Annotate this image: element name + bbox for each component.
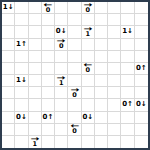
empty-cell-r4c7[interactable] [95,51,108,63]
empty-cell-r4c2[interactable] [29,51,42,63]
empty-cell-r8c5[interactable] [68,99,81,111]
empty-cell-r10c7[interactable] [95,124,108,136]
empty-cell-r8c1[interactable] [15,99,28,111]
empty-cell-r7c3[interactable] [42,87,55,99]
empty-cell-r3c7[interactable] [95,39,108,51]
yajilin-board: 1↓←0→00↓→11↓1↑→0←00↑1↓→1→00↑0↓0↓0↑0↓←0→1 [0,0,150,150]
empty-cell-r10c1[interactable] [15,124,28,136]
empty-cell-r9c4[interactable] [55,112,68,124]
empty-cell-r6c9[interactable] [121,75,134,87]
down-arrow-icon: ↓ [61,28,67,35]
empty-cell-r7c6[interactable] [82,87,95,99]
clue-cell-r9c3: 0↑ [42,112,55,124]
empty-cell-r10c8[interactable] [108,124,121,136]
empty-cell-r8c6[interactable] [82,99,95,111]
empty-cell-r2c0[interactable] [2,26,15,38]
clue-cell-r2c9: 1↓ [121,26,134,38]
empty-cell-r7c2[interactable] [29,87,42,99]
empty-cell-r11c3[interactable] [42,136,55,148]
empty-cell-r10c10[interactable] [135,124,148,136]
right-arrow-icon: → [83,27,92,31]
up-arrow-icon: ↑ [127,101,133,108]
empty-cell-r1c10[interactable] [135,14,148,26]
empty-cell-r4c6[interactable] [82,51,95,63]
empty-cell-r9c5[interactable] [68,112,81,124]
clue-cell-r11c2: →1 [29,136,42,148]
empty-cell-r4c1[interactable] [15,51,28,63]
right-arrow-icon: → [57,76,66,80]
empty-cell-r11c8[interactable] [108,136,121,148]
empty-cell-r10c3[interactable] [42,124,55,136]
clue-cell-r10c5: ←0 [68,124,81,136]
empty-cell-r5c9[interactable] [121,63,134,75]
empty-cell-r2c8[interactable] [108,26,121,38]
empty-cell-r9c7[interactable] [95,112,108,124]
empty-cell-r8c2[interactable] [29,99,42,111]
empty-cell-r2c5[interactable] [68,26,81,38]
empty-cell-r3c8[interactable] [108,39,121,51]
empty-cell-r10c9[interactable] [121,124,134,136]
empty-cell-r5c5[interactable] [68,63,81,75]
empty-cell-r9c10[interactable] [135,112,148,124]
down-arrow-icon: ↓ [21,114,27,121]
clue-cell-r3c4: →0 [55,39,68,51]
empty-cell-r0c5[interactable] [68,2,81,14]
empty-cell-r7c1[interactable] [15,87,28,99]
empty-cell-r5c7[interactable] [95,63,108,75]
empty-cell-r8c7[interactable] [95,99,108,111]
empty-cell-r0c1[interactable] [15,2,28,14]
empty-cell-r10c0[interactable] [2,124,15,136]
empty-cell-r3c9[interactable] [121,39,134,51]
clue-cell-r2c4: 0↓ [55,26,68,38]
down-arrow-icon: ↓ [87,114,93,121]
clue-cell-r5c10: 0↑ [135,63,148,75]
empty-cell-r6c3[interactable] [42,75,55,87]
empty-cell-r1c8[interactable] [108,14,121,26]
empty-cell-r3c5[interactable] [68,39,81,51]
empty-cell-r1c6[interactable] [82,14,95,26]
down-arrow-icon: ↓ [21,77,27,84]
empty-cell-r10c2[interactable] [29,124,42,136]
empty-cell-r7c0[interactable] [2,87,15,99]
empty-cell-r4c3[interactable] [42,51,55,63]
empty-cell-r4c0[interactable] [2,51,15,63]
empty-cell-r0c9[interactable] [121,2,134,14]
empty-cell-r2c10[interactable] [135,26,148,38]
empty-cell-r2c1[interactable] [15,26,28,38]
empty-cell-r5c3[interactable] [42,63,55,75]
empty-cell-r11c9[interactable] [121,136,134,148]
empty-cell-r6c2[interactable] [29,75,42,87]
empty-cell-r11c10[interactable] [135,136,148,148]
empty-cell-r1c0[interactable] [2,14,15,26]
empty-cell-r0c4[interactable] [55,2,68,14]
right-arrow-icon: → [30,137,39,141]
empty-cell-r6c6[interactable] [82,75,95,87]
empty-cell-r8c8[interactable] [108,99,121,111]
empty-cell-r3c2[interactable] [29,39,42,51]
empty-cell-r6c10[interactable] [135,75,148,87]
clue-cell-r9c6: 0↓ [82,112,95,124]
empty-cell-r11c7[interactable] [95,136,108,148]
clue-cell-r0c0: 1↓ [2,2,15,14]
empty-cell-r9c0[interactable] [2,112,15,124]
left-arrow-icon: ← [70,124,79,128]
clue-cell-r5c6: ←0 [82,63,95,75]
clue-cell-r0c3: ←0 [42,2,55,14]
right-arrow-icon: → [83,3,92,7]
empty-cell-r0c7[interactable] [95,2,108,14]
up-arrow-icon: ↑ [47,114,53,121]
empty-cell-r4c8[interactable] [108,51,121,63]
right-arrow-icon: → [70,88,79,92]
empty-cell-r7c7[interactable] [95,87,108,99]
empty-cell-r8c0[interactable] [2,99,15,111]
empty-cell-r0c8[interactable] [108,2,121,14]
empty-cell-r1c2[interactable] [29,14,42,26]
empty-cell-r5c8[interactable] [108,63,121,75]
up-arrow-icon: ↑ [21,41,27,48]
empty-cell-r2c7[interactable] [95,26,108,38]
clue-cell-r8c10: 0↓ [135,99,148,111]
empty-cell-r5c4[interactable] [55,63,68,75]
empty-cell-r5c1[interactable] [15,63,28,75]
empty-cell-r4c4[interactable] [55,51,68,63]
empty-cell-r8c3[interactable] [42,99,55,111]
empty-cell-r9c9[interactable] [121,112,134,124]
empty-cell-r1c7[interactable] [95,14,108,26]
empty-cell-r1c5[interactable] [68,14,81,26]
empty-cell-r11c1[interactable] [15,136,28,148]
empty-cell-r9c8[interactable] [108,112,121,124]
right-arrow-icon: → [57,39,66,43]
empty-cell-r8c4[interactable] [55,99,68,111]
clue-cell-r6c4: →1 [55,75,68,87]
empty-cell-r3c3[interactable] [42,39,55,51]
left-arrow-icon: ← [44,3,53,7]
empty-cell-r7c8[interactable] [108,87,121,99]
empty-cell-r1c4[interactable] [55,14,68,26]
empty-cell-r4c10[interactable] [135,51,148,63]
empty-cell-r7c9[interactable] [121,87,134,99]
empty-cell-r3c0[interactable] [2,39,15,51]
empty-cell-r9c2[interactable] [29,112,42,124]
empty-cell-r7c4[interactable] [55,87,68,99]
down-arrow-icon: ↓ [8,4,14,11]
empty-cell-r6c8[interactable] [108,75,121,87]
empty-cell-r4c5[interactable] [68,51,81,63]
up-arrow-icon: ↑ [141,65,147,72]
empty-cell-r6c0[interactable] [2,75,15,87]
empty-cell-r10c6[interactable] [82,124,95,136]
empty-cell-r11c0[interactable] [2,136,15,148]
empty-cell-r6c5[interactable] [68,75,81,87]
down-arrow-icon: ↓ [141,101,147,108]
clue-cell-r9c1: 0↓ [15,112,28,124]
clue-cell-r6c1: 1↓ [15,75,28,87]
empty-cell-r5c0[interactable] [2,63,15,75]
empty-cell-r4c9[interactable] [121,51,134,63]
clue-cell-r0c6: →0 [82,2,95,14]
clue-cell-r2c6: →1 [82,26,95,38]
empty-cell-r1c9[interactable] [121,14,134,26]
empty-cell-r5c2[interactable] [29,63,42,75]
empty-cell-r10c4[interactable] [55,124,68,136]
empty-cell-r3c6[interactable] [82,39,95,51]
empty-cell-r11c4[interactable] [55,136,68,148]
clue-cell-r7c5: →0 [68,87,81,99]
empty-cell-r11c6[interactable] [82,136,95,148]
empty-cell-r7c10[interactable] [135,87,148,99]
empty-cell-r1c1[interactable] [15,14,28,26]
empty-cell-r11c5[interactable] [68,136,81,148]
clue-cell-r8c9: 0↑ [121,99,134,111]
empty-cell-r0c10[interactable] [135,2,148,14]
left-arrow-icon: ← [83,63,92,67]
empty-cell-r0c2[interactable] [29,2,42,14]
empty-cell-r1c3[interactable] [42,14,55,26]
empty-cell-r3c10[interactable] [135,39,148,51]
clue-cell-r3c1: 1↑ [15,39,28,51]
empty-cell-r2c2[interactable] [29,26,42,38]
down-arrow-icon: ↓ [127,28,133,35]
empty-cell-r6c7[interactable] [95,75,108,87]
empty-cell-r2c3[interactable] [42,26,55,38]
